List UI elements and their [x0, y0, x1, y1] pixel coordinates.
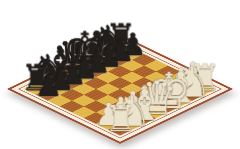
board-frame: ♜♞♝♛♚♝♞♜♟♟♟♟♟♟♟♟♟♟♟♟♟♟♟♟♜♞♝♛♚♝♞♜ [7, 34, 233, 144]
board-grid: ♜♞♝♛♚♝♞♜♟♟♟♟♟♟♟♟♟♟♟♟♟♟♟♟♜♞♝♛♚♝♞♜ [24, 42, 216, 135]
scene: ♜♞♝♛♚♝♞♜♟♟♟♟♟♟♟♟♟♟♟♟♟♟♟♟♜♞♝♛♚♝♞♜ [0, 0, 240, 149]
square-a6 [48, 95, 72, 107]
piece-white-rook: ♜ [104, 102, 136, 136]
board-margin: ♜♞♝♛♚♝♞♜♟♟♟♟♟♟♟♟♟♟♟♟♟♟♟♟♜♞♝♛♚♝♞♜ [18, 40, 222, 139]
piece-black-pawn: ♟ [34, 71, 62, 100]
chess-set-photo: ♜♞♝♛♚♝♞♜♟♟♟♟♟♟♟♟♟♟♟♟♟♟♟♟♜♞♝♛♚♝♞♜ [0, 0, 240, 149]
chess-board: ♜♞♝♛♚♝♞♜♟♟♟♟♟♟♟♟♟♟♟♟♟♟♟♟♜♞♝♛♚♝♞♜ [7, 34, 233, 144]
square-a1: ♜ [108, 124, 132, 136]
